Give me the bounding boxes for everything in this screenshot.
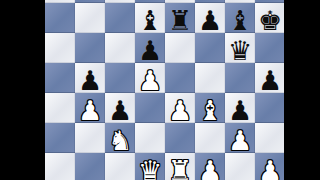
square-c2 <box>105 153 135 180</box>
square-e4: ♟ <box>165 93 195 123</box>
square-a4 <box>45 93 75 123</box>
square-a7 <box>45 3 75 33</box>
black-bishop-g7: ♝ <box>228 6 252 36</box>
white-knight-c3: ♞ <box>108 126 132 156</box>
square-e3 <box>165 123 195 153</box>
square-h3 <box>255 123 285 153</box>
square-b6 <box>75 33 105 63</box>
square-f3 <box>195 123 225 153</box>
letterbox-right <box>284 0 320 180</box>
chess-board: ♜♝♜♟♝♚♟♛♟♟♟♟♟♟♝♟♞♟♛♜♟♟ <box>45 0 285 180</box>
square-c7 <box>105 3 135 33</box>
square-g7: ♝ <box>225 3 255 33</box>
black-bishop-d7: ♝ <box>138 6 162 36</box>
square-c3: ♞ <box>105 123 135 153</box>
square-d5: ♟ <box>135 63 165 93</box>
white-pawn-d5: ♟ <box>138 66 162 96</box>
black-pawn-g4: ♟ <box>228 96 252 126</box>
square-d2: ♛ <box>135 153 165 180</box>
black-rook-e7: ♜ <box>168 6 192 36</box>
square-f4: ♝ <box>195 93 225 123</box>
square-h4 <box>255 93 285 123</box>
square-e2: ♜ <box>165 153 195 180</box>
white-pawn-e4: ♟ <box>168 96 192 126</box>
square-e5 <box>165 63 195 93</box>
square-c4: ♟ <box>105 93 135 123</box>
square-g5 <box>225 63 255 93</box>
square-h5: ♟ <box>255 63 285 93</box>
square-d3 <box>135 123 165 153</box>
square-a3 <box>45 123 75 153</box>
square-g4: ♟ <box>225 93 255 123</box>
white-queen-d2: ♛ <box>138 156 162 180</box>
square-g2 <box>225 153 255 180</box>
square-e8: ♜ <box>165 0 195 3</box>
square-f6 <box>195 33 225 63</box>
square-d7: ♝ <box>135 3 165 33</box>
square-b3 <box>75 123 105 153</box>
black-king-h7: ♚ <box>258 6 282 36</box>
square-f5 <box>195 63 225 93</box>
white-pawn-b4: ♟ <box>78 96 102 126</box>
square-f7: ♟ <box>195 3 225 33</box>
black-pawn-c4: ♟ <box>108 96 132 126</box>
square-b5: ♟ <box>75 63 105 93</box>
square-a6 <box>45 33 75 63</box>
black-queen-g6: ♛ <box>228 36 252 66</box>
white-pawn-f2: ♟ <box>198 156 222 180</box>
square-b7 <box>75 3 105 33</box>
white-pawn-g3: ♟ <box>228 126 252 156</box>
square-h6 <box>255 33 285 63</box>
square-f2: ♟ <box>195 153 225 180</box>
square-g6: ♛ <box>225 33 255 63</box>
square-c6 <box>105 33 135 63</box>
square-d4 <box>135 93 165 123</box>
black-pawn-f7: ♟ <box>198 6 222 36</box>
white-pawn-h2: ♟ <box>258 156 282 180</box>
white-bishop-f4: ♝ <box>198 96 222 126</box>
black-pawn-d6: ♟ <box>138 36 162 66</box>
square-g3: ♟ <box>225 123 255 153</box>
square-c5 <box>105 63 135 93</box>
square-h7: ♚ <box>255 3 285 33</box>
square-h2: ♟ <box>255 153 285 180</box>
square-e6 <box>165 33 195 63</box>
square-e7: ♜ <box>165 3 195 33</box>
square-b4: ♟ <box>75 93 105 123</box>
video-frame: ♜♝♜♟♝♚♟♛♟♟♟♟♟♟♝♟♞♟♛♜♟♟ <box>0 0 320 180</box>
letterbox-left <box>0 0 45 180</box>
square-a5 <box>45 63 75 93</box>
square-a2 <box>45 153 75 180</box>
square-b2 <box>75 153 105 180</box>
black-pawn-h5: ♟ <box>258 66 282 96</box>
white-rook-e2: ♜ <box>168 156 192 180</box>
black-pawn-b5: ♟ <box>78 66 102 96</box>
square-d6: ♟ <box>135 33 165 63</box>
